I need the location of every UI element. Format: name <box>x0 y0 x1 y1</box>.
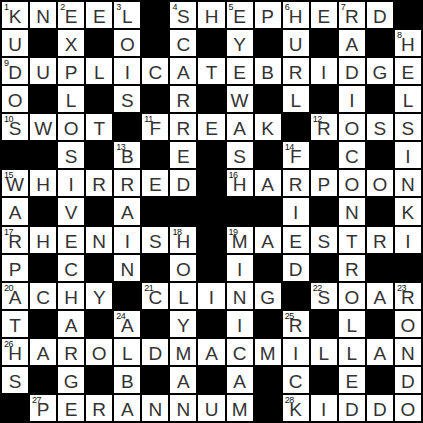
grid-cell[interactable]: D <box>170 170 196 196</box>
grid-cell[interactable]: L <box>58 86 84 112</box>
cell-letter: D <box>345 400 359 419</box>
grid-cell[interactable]: S <box>142 227 168 253</box>
grid-cell[interactable]: I <box>283 339 309 365</box>
grid-cell[interactable]: W <box>30 114 56 140</box>
grid-cell[interactable]: O <box>339 170 365 196</box>
cell-letter: E <box>65 400 78 419</box>
block-cell <box>142 255 168 281</box>
grid-cell[interactable]: S <box>227 142 253 168</box>
grid-cell[interactable]: 22S <box>311 283 337 309</box>
grid-cell[interactable]: M <box>170 339 196 365</box>
grid-cell[interactable]: C <box>30 283 56 309</box>
grid-cell[interactable]: P <box>311 170 337 196</box>
grid-cell[interactable]: O <box>395 395 421 421</box>
grid-cell[interactable]: O <box>114 30 140 56</box>
grid-cell[interactable]: A <box>367 339 393 365</box>
block-cell <box>283 283 309 309</box>
grid-cell[interactable]: O <box>395 311 421 337</box>
grid-cell[interactable]: D <box>339 395 365 421</box>
grid-cell[interactable]: M <box>227 395 253 421</box>
grid-cell[interactable]: K <box>395 198 421 224</box>
grid-cell[interactable]: R <box>339 255 365 281</box>
grid-cell[interactable]: G <box>58 367 84 393</box>
grid-cell[interactable]: A <box>30 339 56 365</box>
block-cell <box>114 283 140 309</box>
cell-letter: T <box>206 63 218 82</box>
grid-cell[interactable]: T <box>2 311 28 337</box>
block-cell <box>86 367 112 393</box>
grid-cell[interactable]: I <box>311 395 337 421</box>
grid-cell[interactable]: 8H <box>395 30 421 56</box>
grid-cell[interactable]: D <box>367 2 393 28</box>
grid-cell[interactable]: A <box>227 367 253 393</box>
cell-letter: T <box>9 316 21 335</box>
cell-letter: C <box>148 63 162 82</box>
grid-cell[interactable]: A <box>255 227 281 253</box>
cell-letter: D <box>148 344 162 363</box>
grid-cell[interactable]: E <box>58 395 84 421</box>
grid-cell[interactable]: C <box>283 367 309 393</box>
block-cell <box>311 311 337 337</box>
grid-cell[interactable]: 9D <box>2 58 28 84</box>
cell-letter: I <box>321 400 326 419</box>
grid-cell[interactable]: 5E <box>227 2 253 28</box>
grid-cell[interactable]: I <box>114 58 140 84</box>
grid-cell[interactable]: E <box>395 58 421 84</box>
clue-number: 18 <box>172 227 181 238</box>
grid-cell[interactable]: E <box>142 170 168 196</box>
grid-cell[interactable]: G <box>255 283 281 309</box>
cell-letter: U <box>8 35 22 54</box>
grid-cell[interactable]: 11F <box>142 114 168 140</box>
grid-cell[interactable]: M <box>255 339 281 365</box>
grid-cell[interactable]: S <box>114 86 140 112</box>
grid-cell[interactable]: Y <box>227 30 253 56</box>
grid-cell[interactable]: S <box>367 114 393 140</box>
block-cell <box>283 114 309 140</box>
grid-cell[interactable]: R <box>283 170 309 196</box>
grid-cell[interactable]: I <box>114 227 140 253</box>
cell-letter: E <box>149 175 162 194</box>
block-cell <box>367 198 393 224</box>
grid-cell[interactable]: I <box>198 283 224 309</box>
clue-number: 12 <box>313 114 322 125</box>
grid-cell[interactable]: N <box>339 198 365 224</box>
grid-cell[interactable]: 7R <box>339 2 365 28</box>
grid-cell[interactable]: E <box>58 227 84 253</box>
grid-cell[interactable]: T <box>339 227 365 253</box>
grid-cell[interactable]: Y <box>86 283 112 309</box>
cell-letter: N <box>345 203 359 222</box>
cell-letter: B <box>121 372 134 391</box>
cell-letter: I <box>405 232 410 251</box>
cell-letter: R <box>373 232 387 251</box>
grid-cell[interactable]: A <box>255 170 281 196</box>
cell-letter: A <box>205 344 218 363</box>
grid-cell[interactable]: 21C <box>142 283 168 309</box>
clue-number: 1 <box>4 2 9 13</box>
block-cell <box>198 198 224 224</box>
grid-cell[interactable]: C <box>227 339 253 365</box>
grid-cell[interactable]: S <box>311 227 337 253</box>
block-cell <box>30 142 56 168</box>
clue-number: 23 <box>397 283 406 294</box>
clue-number: 20 <box>4 283 13 294</box>
clue-number: 2 <box>60 2 65 13</box>
cell-letter: E <box>177 147 190 166</box>
grid-cell[interactable]: 1K <box>2 2 28 28</box>
grid-cell[interactable]: S <box>58 142 84 168</box>
block-cell <box>170 198 196 224</box>
cell-letter: D <box>401 372 415 391</box>
grid-cell[interactable]: I <box>58 170 84 196</box>
cell-letter: R <box>345 7 359 26</box>
grid-cell[interactable]: E <box>170 142 196 168</box>
grid-cell[interactable]: N <box>30 2 56 28</box>
grid-cell[interactable]: V <box>58 198 84 224</box>
grid-cell[interactable]: A <box>2 198 28 224</box>
cell-letter: N <box>92 232 106 251</box>
grid-cell[interactable]: L <box>114 339 140 365</box>
block-cell <box>395 255 421 281</box>
block-cell <box>86 86 112 112</box>
block-cell <box>227 198 253 224</box>
grid-cell[interactable]: E <box>311 2 337 28</box>
clue-number: 24 <box>116 311 125 322</box>
cell-letter: S <box>149 232 162 251</box>
cell-letter: U <box>205 400 219 419</box>
grid-cell[interactable]: S <box>2 367 28 393</box>
grid-cell[interactable]: I <box>395 227 421 253</box>
cell-letter: I <box>293 344 298 363</box>
cell-letter: B <box>261 63 274 82</box>
grid-cell[interactable]: P <box>58 58 84 84</box>
block-cell <box>311 142 337 168</box>
cell-letter: L <box>122 7 133 26</box>
cell-letter: A <box>121 203 134 222</box>
cell-letter: T <box>93 119 105 138</box>
cell-letter: H <box>289 7 303 26</box>
grid-cell[interactable]: 6H <box>283 2 309 28</box>
grid-cell[interactable]: R <box>58 339 84 365</box>
grid-cell[interactable]: D <box>395 367 421 393</box>
grid-cell[interactable]: A <box>367 283 393 309</box>
grid-cell[interactable]: 4S <box>170 2 196 28</box>
grid-cell[interactable]: X <box>58 30 84 56</box>
cell-letter: I <box>237 316 242 335</box>
block-cell <box>198 227 224 253</box>
cell-letter: N <box>401 175 415 194</box>
block-cell <box>30 86 56 112</box>
block-cell <box>255 395 281 421</box>
grid-cell[interactable]: L <box>339 339 365 365</box>
grid-cell[interactable]: A <box>170 367 196 393</box>
block-cell <box>311 86 337 112</box>
grid-cell[interactable]: D <box>142 339 168 365</box>
grid-cell[interactable]: I <box>395 142 421 168</box>
cell-letter: H <box>36 175 50 194</box>
cell-letter: E <box>93 7 106 26</box>
grid-cell[interactable]: N <box>114 255 140 281</box>
cell-letter: A <box>65 316 78 335</box>
cell-letter: L <box>178 288 189 307</box>
grid-cell[interactable]: S <box>395 114 421 140</box>
cell-letter: N <box>401 344 415 363</box>
clue-number: 6 <box>285 2 290 13</box>
block-cell <box>142 367 168 393</box>
block-cell <box>198 367 224 393</box>
grid-cell[interactable]: U <box>30 58 56 84</box>
cell-letter: L <box>403 91 414 110</box>
block-cell <box>367 255 393 281</box>
cell-letter: O <box>373 175 388 194</box>
grid-cell[interactable]: I <box>227 255 253 281</box>
cell-letter: R <box>289 175 303 194</box>
cell-letter: H <box>64 288 78 307</box>
grid-cell[interactable]: N <box>142 395 168 421</box>
cell-letter: E <box>233 63 246 82</box>
grid-cell[interactable]: 17R <box>2 227 28 253</box>
clue-number: 27 <box>32 395 41 406</box>
cell-letter: P <box>65 63 78 82</box>
grid-cell[interactable]: 10S <box>2 114 28 140</box>
grid-cell[interactable]: U <box>283 30 309 56</box>
grid-cell[interactable]: R <box>170 86 196 112</box>
block-cell <box>198 311 224 337</box>
cell-letter: E <box>65 232 78 251</box>
cell-letter: M <box>176 344 192 363</box>
block-cell <box>198 170 224 196</box>
grid-cell[interactable]: E <box>86 2 112 28</box>
clue-number: 22 <box>313 283 322 294</box>
grid-cell[interactable]: T <box>86 114 112 140</box>
grid-cell[interactable]: D <box>283 255 309 281</box>
grid-cell[interactable]: 26H <box>2 339 28 365</box>
grid-cell[interactable]: I <box>311 58 337 84</box>
grid-cell[interactable]: 12R <box>311 114 337 140</box>
grid-cell[interactable]: C <box>58 255 84 281</box>
cell-letter: A <box>233 119 246 138</box>
block-cell <box>142 142 168 168</box>
grid-cell[interactable]: P <box>255 2 281 28</box>
cell-letter: S <box>374 119 387 138</box>
grid-cell[interactable]: H <box>198 2 224 28</box>
grid-cell[interactable]: L <box>395 86 421 112</box>
cell-letter: A <box>374 344 387 363</box>
grid-cell[interactable]: H <box>30 170 56 196</box>
grid-cell[interactable]: R <box>170 114 196 140</box>
cell-letter: C <box>233 344 247 363</box>
block-cell <box>367 86 393 112</box>
block-cell <box>255 367 281 393</box>
cell-letter: I <box>405 147 410 166</box>
block-cell <box>198 142 224 168</box>
grid-cell[interactable]: C <box>142 58 168 84</box>
grid-cell[interactable]: R <box>114 170 140 196</box>
grid-cell[interactable]: O <box>58 114 84 140</box>
cell-letter: Y <box>233 35 246 54</box>
cell-letter: Y <box>93 288 106 307</box>
cell-letter: N <box>120 260 134 279</box>
grid-cell[interactable]: G <box>367 58 393 84</box>
grid-cell[interactable]: A <box>198 339 224 365</box>
cell-letter: L <box>347 344 358 363</box>
grid-cell[interactable]: 23R <box>395 283 421 309</box>
grid-cell[interactable]: 15W <box>2 170 28 196</box>
grid-cell[interactable]: N <box>227 283 253 309</box>
clue-number: 28 <box>285 395 294 406</box>
grid-cell[interactable]: C <box>339 142 365 168</box>
grid-cell[interactable]: N <box>395 170 421 196</box>
grid-cell[interactable]: 25R <box>283 311 309 337</box>
cell-letter: O <box>64 119 79 138</box>
grid-cell[interactable]: P <box>2 255 28 281</box>
grid-cell[interactable]: B <box>255 58 281 84</box>
grid-cell[interactable]: U <box>2 30 28 56</box>
block-cell <box>114 114 140 140</box>
grid-cell[interactable]: H <box>58 283 84 309</box>
grid-cell[interactable]: R <box>367 227 393 253</box>
cell-letter: L <box>318 344 329 363</box>
grid-cell[interactable]: R <box>283 58 309 84</box>
cell-letter: K <box>261 119 274 138</box>
grid-cell[interactable]: I <box>339 86 365 112</box>
grid-cell[interactable]: 20A <box>2 283 28 309</box>
block-cell <box>86 255 112 281</box>
grid-cell[interactable]: 16H <box>227 170 253 196</box>
cell-letter: I <box>209 288 214 307</box>
grid-cell[interactable]: I <box>227 311 253 337</box>
grid-cell[interactable]: R <box>86 395 112 421</box>
clue-number: 25 <box>285 311 294 322</box>
grid-cell[interactable]: O <box>339 283 365 309</box>
cell-letter: W <box>231 91 249 110</box>
block-cell <box>255 311 281 337</box>
grid-cell[interactable]: R <box>86 170 112 196</box>
grid-cell[interactable]: N <box>170 395 196 421</box>
grid-cell[interactable]: 14F <box>283 142 309 168</box>
cell-letter: D <box>8 63 22 82</box>
grid-cell[interactable]: 28K <box>283 395 309 421</box>
cell-letter: I <box>293 203 298 222</box>
grid-cell[interactable]: O <box>170 255 196 281</box>
grid-cell[interactable]: 27P <box>30 395 56 421</box>
grid-cell[interactable]: D <box>367 395 393 421</box>
grid-cell[interactable]: L <box>311 339 337 365</box>
grid-cell[interactable]: K <box>255 114 281 140</box>
cell-letter: O <box>401 316 416 335</box>
grid-cell[interactable]: U <box>198 395 224 421</box>
grid-cell[interactable]: B <box>114 367 140 393</box>
grid-cell[interactable]: E <box>339 367 365 393</box>
cell-letter: X <box>65 35 78 54</box>
grid-cell[interactable]: A <box>114 198 140 224</box>
grid-cell[interactable]: I <box>283 198 309 224</box>
grid-cell[interactable]: 13B <box>114 142 140 168</box>
cell-letter: O <box>8 91 23 110</box>
grid-cell[interactable]: A <box>114 395 140 421</box>
grid-cell[interactable]: Y <box>170 311 196 337</box>
cell-letter: R <box>120 175 134 194</box>
cell-letter: K <box>9 7 22 26</box>
grid-cell[interactable]: A <box>58 311 84 337</box>
grid-cell[interactable]: E <box>283 227 309 253</box>
cell-letter: R <box>177 91 191 110</box>
cell-letter: U <box>36 63 50 82</box>
grid-cell[interactable]: N <box>86 227 112 253</box>
grid-cell[interactable]: 3L <box>114 2 140 28</box>
grid-cell[interactable]: L <box>339 311 365 337</box>
grid-cell[interactable]: O <box>367 170 393 196</box>
block-cell <box>311 198 337 224</box>
grid-cell[interactable]: E <box>198 114 224 140</box>
grid-cell[interactable]: E <box>227 58 253 84</box>
cell-letter: A <box>121 400 134 419</box>
grid-cell[interactable]: C <box>170 30 196 56</box>
cell-letter: A <box>177 372 190 391</box>
block-cell <box>367 30 393 56</box>
cell-letter: L <box>66 91 77 110</box>
cell-letter: S <box>65 147 78 166</box>
grid-cell[interactable]: A <box>170 58 196 84</box>
grid-cell[interactable]: A <box>227 114 253 140</box>
cell-letter: W <box>34 119 52 138</box>
block-cell <box>30 198 56 224</box>
cell-letter: C <box>289 372 303 391</box>
grid-cell[interactable]: T <box>198 58 224 84</box>
clue-number: 8 <box>397 30 402 41</box>
cell-letter: G <box>260 288 275 307</box>
cell-letter: S <box>177 7 190 26</box>
block-cell <box>198 30 224 56</box>
block-cell <box>367 142 393 168</box>
cell-letter: R <box>92 175 106 194</box>
grid-cell[interactable]: O <box>339 114 365 140</box>
cell-letter: K <box>402 203 415 222</box>
grid-cell[interactable]: D <box>339 58 365 84</box>
cell-letter: I <box>237 260 242 279</box>
grid-cell[interactable]: H <box>30 227 56 253</box>
grid-cell[interactable]: O <box>2 86 28 112</box>
cell-letter: E <box>65 7 78 26</box>
grid-cell[interactable]: O <box>86 339 112 365</box>
cell-letter: L <box>347 316 358 335</box>
grid-cell[interactable]: L <box>86 58 112 84</box>
cell-letter: N <box>177 400 191 419</box>
grid-cell[interactable]: W <box>227 86 253 112</box>
grid-cell[interactable]: 24A <box>114 311 140 337</box>
cell-letter: U <box>289 35 303 54</box>
clue-number: 11 <box>144 114 152 125</box>
grid-cell[interactable]: L <box>170 283 196 309</box>
clue-number: 16 <box>229 170 238 181</box>
grid-cell[interactable]: N <box>395 339 421 365</box>
cell-letter: R <box>92 400 106 419</box>
block-cell <box>367 311 393 337</box>
cell-letter: D <box>177 175 191 194</box>
grid-cell[interactable]: 19M <box>227 227 253 253</box>
cell-letter: O <box>344 288 359 307</box>
grid-cell[interactable]: A <box>339 30 365 56</box>
clue-number: 19 <box>229 227 238 238</box>
block-cell <box>311 367 337 393</box>
grid-cell[interactable]: 18H <box>170 227 196 253</box>
grid-cell[interactable]: 2E <box>58 2 84 28</box>
cell-letter: I <box>69 175 74 194</box>
block-cell <box>367 367 393 393</box>
grid-cell[interactable]: L <box>283 86 309 112</box>
clue-number: 7 <box>341 2 346 13</box>
